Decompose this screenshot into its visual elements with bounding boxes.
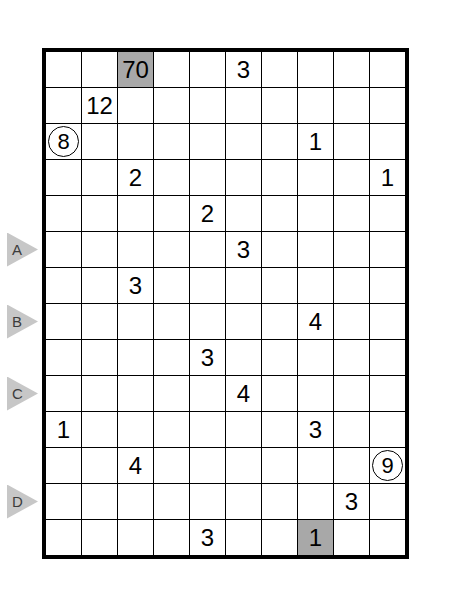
clue-number: 1 <box>309 130 322 154</box>
cell-r3c5[interactable] <box>190 124 225 159</box>
cell-r9c9[interactable] <box>334 340 369 375</box>
puzzle-grid: 7031281212334341349331 <box>42 48 409 559</box>
cell-r8c4[interactable] <box>154 304 189 339</box>
puzzle-page: 7031281212334341349331 ABCD <box>0 0 451 607</box>
cell-r11c5[interactable] <box>190 412 225 447</box>
cell-r3c7[interactable] <box>262 124 297 159</box>
clue-number: 1 <box>309 526 322 550</box>
cell-r6c2[interactable] <box>82 232 117 267</box>
cell-r13c1[interactable] <box>46 484 81 519</box>
cell-r6c1[interactable] <box>46 232 81 267</box>
cell-r12c3[interactable]: 4 <box>118 448 153 483</box>
cell-r14c8[interactable]: 1 <box>298 520 333 555</box>
cell-r14c5[interactable]: 3 <box>190 520 225 555</box>
cell-r8c3[interactable] <box>118 304 153 339</box>
cell-r12c1[interactable] <box>46 448 81 483</box>
cell-r3c8[interactable]: 1 <box>298 124 333 159</box>
cell-r2c7[interactable] <box>262 88 297 123</box>
cell-r2c9[interactable] <box>334 88 369 123</box>
cell-r14c7[interactable] <box>262 520 297 555</box>
clue-number: 3 <box>309 418 322 442</box>
cell-r12c4[interactable] <box>154 448 189 483</box>
cell-r5c6[interactable] <box>226 196 261 231</box>
clue-number: 3 <box>345 490 358 514</box>
cell-r4c1[interactable] <box>46 160 81 195</box>
cell-r12c10[interactable]: 9 <box>370 448 405 483</box>
cell-r2c8[interactable] <box>298 88 333 123</box>
cell-r10c6[interactable]: 4 <box>226 376 261 411</box>
cell-r13c9[interactable]: 3 <box>334 484 369 519</box>
cell-r1c8[interactable] <box>298 52 333 87</box>
cell-r8c6[interactable] <box>226 304 261 339</box>
cell-r12c7[interactable] <box>262 448 297 483</box>
cell-r8c10[interactable] <box>370 304 405 339</box>
cell-r14c2[interactable] <box>82 520 117 555</box>
clue-number: 3 <box>237 58 250 82</box>
cell-r4c5[interactable] <box>190 160 225 195</box>
cell-r10c3[interactable] <box>118 376 153 411</box>
cell-r7c3[interactable]: 3 <box>118 268 153 303</box>
cell-r11c9[interactable] <box>334 412 369 447</box>
cell-r4c8[interactable] <box>298 160 333 195</box>
cell-r5c1[interactable] <box>46 196 81 231</box>
cell-r8c9[interactable] <box>334 304 369 339</box>
cell-r6c8[interactable] <box>298 232 333 267</box>
cell-r5c8[interactable] <box>298 196 333 231</box>
cell-r14c6[interactable] <box>226 520 261 555</box>
answer-arrow-label: A <box>7 242 22 257</box>
cell-r5c5[interactable]: 2 <box>190 196 225 231</box>
cell-r11c3[interactable] <box>118 412 153 447</box>
cell-r11c7[interactable] <box>262 412 297 447</box>
cell-r10c5[interactable] <box>190 376 225 411</box>
cell-r6c7[interactable] <box>262 232 297 267</box>
cell-r13c3[interactable] <box>118 484 153 519</box>
cell-r1c6[interactable]: 3 <box>226 52 261 87</box>
cell-r3c4[interactable] <box>154 124 189 159</box>
cell-r9c2[interactable] <box>82 340 117 375</box>
cell-r11c4[interactable] <box>154 412 189 447</box>
cell-r12c6[interactable] <box>226 448 261 483</box>
cell-r5c7[interactable] <box>262 196 297 231</box>
cell-r6c9[interactable] <box>334 232 369 267</box>
cell-r5c4[interactable] <box>154 196 189 231</box>
cell-r4c4[interactable] <box>154 160 189 195</box>
circled-clue-number: 9 <box>372 450 403 481</box>
cell-r9c1[interactable] <box>46 340 81 375</box>
clue-number: 3 <box>201 346 214 370</box>
cell-r2c4[interactable] <box>154 88 189 123</box>
cell-r2c2[interactable]: 12 <box>82 88 117 123</box>
clue-number: 3 <box>129 274 142 298</box>
cell-r13c5[interactable] <box>190 484 225 519</box>
cell-r4c10[interactable]: 1 <box>370 160 405 195</box>
cell-r7c2[interactable] <box>82 268 117 303</box>
cell-r4c3[interactable]: 2 <box>118 160 153 195</box>
cell-r14c3[interactable] <box>118 520 153 555</box>
cell-r11c1[interactable]: 1 <box>46 412 81 447</box>
cell-r1c9[interactable] <box>334 52 369 87</box>
cell-r10c8[interactable] <box>298 376 333 411</box>
cell-r11c10[interactable] <box>370 412 405 447</box>
cell-r1c10[interactable] <box>370 52 405 87</box>
cell-r3c1[interactable]: 8 <box>46 124 81 159</box>
cell-r4c9[interactable] <box>334 160 369 195</box>
answer-arrow-A: A <box>7 233 38 267</box>
cell-r13c7[interactable] <box>262 484 297 519</box>
cell-r2c3[interactable] <box>118 88 153 123</box>
clue-number: 1 <box>57 418 70 442</box>
clue-number: 3 <box>237 238 250 262</box>
cell-r7c5[interactable] <box>190 268 225 303</box>
cell-r7c10[interactable] <box>370 268 405 303</box>
cell-r8c5[interactable] <box>190 304 225 339</box>
cell-r9c6[interactable] <box>226 340 261 375</box>
cell-r12c9[interactable] <box>334 448 369 483</box>
cell-r2c6[interactable] <box>226 88 261 123</box>
clue-number: 2 <box>129 166 142 190</box>
clue-number: 4 <box>309 310 322 334</box>
cell-r11c6[interactable] <box>226 412 261 447</box>
cell-r4c6[interactable] <box>226 160 261 195</box>
cell-r11c2[interactable] <box>82 412 117 447</box>
cell-r6c3[interactable] <box>118 232 153 267</box>
cell-r6c4[interactable] <box>154 232 189 267</box>
cell-r7c1[interactable] <box>46 268 81 303</box>
cell-r11c8[interactable]: 3 <box>298 412 333 447</box>
cell-r12c8[interactable] <box>298 448 333 483</box>
clue-number: 2 <box>201 202 214 226</box>
cell-r1c3[interactable]: 70 <box>118 52 153 87</box>
cell-r4c7[interactable] <box>262 160 297 195</box>
clue-number: 4 <box>237 382 250 406</box>
cell-r8c7[interactable] <box>262 304 297 339</box>
cell-r13c4[interactable] <box>154 484 189 519</box>
cell-r9c10[interactable] <box>370 340 405 375</box>
cell-r14c9[interactable] <box>334 520 369 555</box>
cell-r7c4[interactable] <box>154 268 189 303</box>
cell-r6c6[interactable]: 3 <box>226 232 261 267</box>
cell-r13c8[interactable] <box>298 484 333 519</box>
cell-r14c4[interactable] <box>154 520 189 555</box>
cell-r5c3[interactable] <box>118 196 153 231</box>
cell-r5c10[interactable] <box>370 196 405 231</box>
cell-r8c8[interactable]: 4 <box>298 304 333 339</box>
cell-r10c9[interactable] <box>334 376 369 411</box>
clue-number: 1 <box>381 166 394 190</box>
cell-r3c10[interactable] <box>370 124 405 159</box>
cell-r1c2[interactable] <box>82 52 117 87</box>
cell-r7c6[interactable] <box>226 268 261 303</box>
answer-arrow-label: D <box>7 494 23 509</box>
cell-r9c5[interactable]: 3 <box>190 340 225 375</box>
cell-r13c6[interactable] <box>226 484 261 519</box>
clue-number: 12 <box>86 94 113 118</box>
cell-r6c10[interactable] <box>370 232 405 267</box>
cell-r12c2[interactable] <box>82 448 117 483</box>
circled-clue-number: 8 <box>48 126 79 157</box>
answer-arrow-D: D <box>7 485 38 519</box>
cell-r4c2[interactable] <box>82 160 117 195</box>
cell-r7c9[interactable] <box>334 268 369 303</box>
cell-r1c1[interactable] <box>46 52 81 87</box>
answer-arrow-label: B <box>7 314 22 329</box>
cell-r13c2[interactable] <box>82 484 117 519</box>
cell-r10c4[interactable] <box>154 376 189 411</box>
cell-r1c4[interactable] <box>154 52 189 87</box>
cell-r9c3[interactable] <box>118 340 153 375</box>
cell-r10c7[interactable] <box>262 376 297 411</box>
clue-number: 3 <box>201 526 214 550</box>
cell-r10c10[interactable] <box>370 376 405 411</box>
cell-r8c1[interactable] <box>46 304 81 339</box>
cell-r9c4[interactable] <box>154 340 189 375</box>
cell-r9c7[interactable] <box>262 340 297 375</box>
cell-r9c8[interactable] <box>298 340 333 375</box>
cell-r1c7[interactable] <box>262 52 297 87</box>
clue-number: 4 <box>129 454 142 478</box>
cell-r14c1[interactable] <box>46 520 81 555</box>
cell-r2c1[interactable] <box>46 88 81 123</box>
cell-r12c5[interactable] <box>190 448 225 483</box>
cell-r5c2[interactable] <box>82 196 117 231</box>
cell-r6c5[interactable] <box>190 232 225 267</box>
cell-r3c2[interactable] <box>82 124 117 159</box>
cell-r2c10[interactable] <box>370 88 405 123</box>
cell-r8c2[interactable] <box>82 304 117 339</box>
cell-r7c8[interactable] <box>298 268 333 303</box>
answer-arrow-label: C <box>7 386 23 401</box>
cell-r13c10[interactable] <box>370 484 405 519</box>
cell-r3c6[interactable] <box>226 124 261 159</box>
cell-r2c5[interactable] <box>190 88 225 123</box>
cell-r3c9[interactable] <box>334 124 369 159</box>
cell-r1c5[interactable] <box>190 52 225 87</box>
answer-arrow-C: C <box>7 377 38 411</box>
cell-r14c10[interactable] <box>370 520 405 555</box>
cell-r5c9[interactable] <box>334 196 369 231</box>
clue-number: 70 <box>122 58 149 82</box>
answer-arrow-B: B <box>7 305 38 339</box>
cell-r10c2[interactable] <box>82 376 117 411</box>
cell-r7c7[interactable] <box>262 268 297 303</box>
cell-r3c3[interactable] <box>118 124 153 159</box>
cell-r10c1[interactable] <box>46 376 81 411</box>
